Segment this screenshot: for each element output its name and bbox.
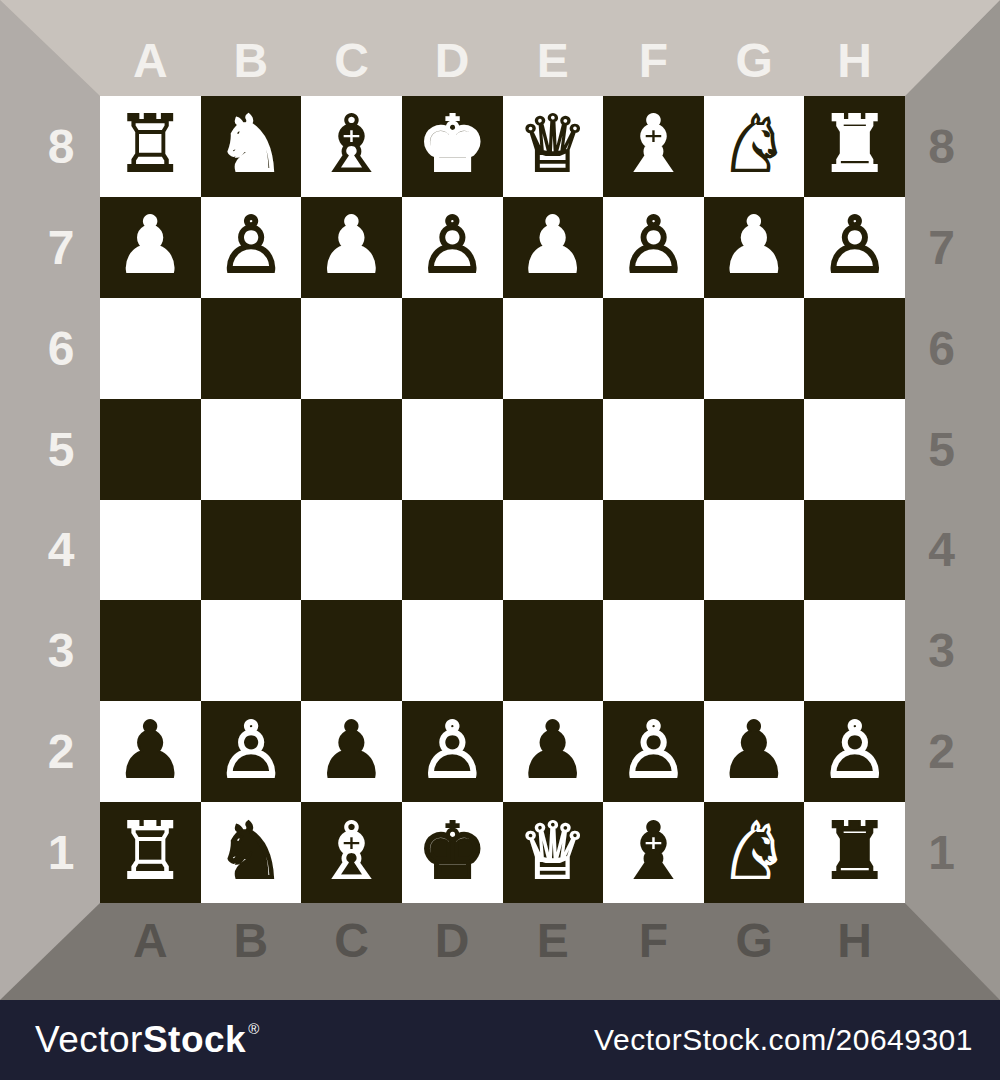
square-e3	[503, 600, 604, 701]
piece-pawn-d7: ♙	[417, 206, 487, 284]
file-label-d: D	[435, 913, 470, 968]
square-c8: ♗	[301, 96, 402, 197]
square-d7: ♙	[402, 197, 503, 298]
square-b8: ♞	[201, 96, 302, 197]
square-b5	[201, 399, 302, 500]
square-a4	[100, 500, 201, 601]
chessboard-illustration: ABCDEFGH ABCDEFGH 87654321 87654321 ♖♞♗♚…	[0, 0, 1000, 1080]
rank-label-4: 4	[48, 522, 75, 577]
square-g1: ♘	[704, 802, 805, 903]
square-f5	[603, 399, 704, 500]
square-e4	[503, 500, 604, 601]
square-f4	[603, 500, 704, 601]
file-label-d: D	[435, 33, 470, 88]
piece-knight-b8: ♞	[216, 105, 286, 183]
piece-pawn-a2: ♟	[115, 711, 185, 789]
square-g3	[704, 600, 805, 701]
square-e2: ♟	[503, 701, 604, 802]
rank-label-8: 8	[48, 119, 75, 174]
square-f8: ♝	[603, 96, 704, 197]
square-h1: ♜	[804, 802, 905, 903]
file-label-b: B	[234, 33, 269, 88]
piece-knight-g8: ♘	[719, 105, 789, 183]
piece-pawn-b2: ♙	[216, 711, 286, 789]
rank-label-2: 2	[48, 724, 75, 779]
piece-pawn-h2: ♙	[820, 711, 890, 789]
file-label-h: H	[837, 913, 872, 968]
square-c6	[301, 298, 402, 399]
piece-bishop-f8: ♝	[618, 105, 688, 183]
rank-label-5: 5	[928, 422, 955, 477]
square-e7: ♟	[503, 197, 604, 298]
square-e8: ♕	[503, 96, 604, 197]
square-c5	[301, 399, 402, 500]
file-label-e: E	[537, 913, 569, 968]
square-d8: ♚	[402, 96, 503, 197]
piece-rook-a8: ♖	[115, 105, 185, 183]
piece-rook-h8: ♜	[820, 105, 890, 183]
rank-label-1: 1	[928, 825, 955, 880]
rank-label-6: 6	[928, 321, 955, 376]
square-a2: ♟	[100, 701, 201, 802]
vectorstock-logo: VectorStock®	[35, 1019, 260, 1061]
file-label-h: H	[837, 33, 872, 88]
square-f2: ♙	[603, 701, 704, 802]
rank-label-6: 6	[48, 321, 75, 376]
logo-text-bold: Stock	[143, 1019, 246, 1060]
logo-text-light: Vector	[35, 1019, 143, 1060]
piece-pawn-d2: ♙	[417, 711, 487, 789]
piece-pawn-f7: ♙	[618, 206, 688, 284]
square-f7: ♙	[603, 197, 704, 298]
square-g5	[704, 399, 805, 500]
piece-pawn-a7: ♟	[115, 206, 185, 284]
file-label-c: C	[334, 33, 369, 88]
file-label-g: G	[735, 33, 772, 88]
chess-board: ♖♞♗♚♕♝♘♜♟♙♟♙♟♙♟♙♟♙♟♙♟♙♟♙♖♞♗♚♕♝♘♜	[100, 96, 905, 903]
file-label-f: F	[639, 33, 668, 88]
piece-pawn-e7: ♟	[518, 206, 588, 284]
square-b6	[201, 298, 302, 399]
square-c7: ♟	[301, 197, 402, 298]
piece-pawn-b7: ♙	[216, 206, 286, 284]
square-e6	[503, 298, 604, 399]
rank-labels-right: 87654321	[905, 96, 1000, 903]
square-c4	[301, 500, 402, 601]
piece-knight-g1: ♘	[719, 812, 789, 890]
file-label-f: F	[639, 913, 668, 968]
rank-label-2: 2	[928, 724, 955, 779]
file-labels-bottom: ABCDEFGH	[100, 903, 905, 1000]
square-g4	[704, 500, 805, 601]
rank-label-3: 3	[928, 623, 955, 678]
square-d4	[402, 500, 503, 601]
rank-labels-left: 87654321	[0, 96, 100, 903]
piece-pawn-g2: ♟	[719, 711, 789, 789]
piece-queen-e1: ♕	[518, 812, 588, 890]
file-label-a: A	[133, 33, 168, 88]
square-a5	[100, 399, 201, 500]
rank-label-4: 4	[928, 522, 955, 577]
square-g7: ♟	[704, 197, 805, 298]
square-d2: ♙	[402, 701, 503, 802]
file-label-e: E	[537, 33, 569, 88]
file-labels-top: ABCDEFGH	[100, 0, 905, 96]
square-c3	[301, 600, 402, 701]
piece-queen-e8: ♕	[518, 105, 588, 183]
piece-bishop-f1: ♝	[618, 812, 688, 890]
square-h4	[804, 500, 905, 601]
piece-king-d8: ♚	[417, 105, 487, 183]
square-h5	[804, 399, 905, 500]
square-h3	[804, 600, 905, 701]
square-d1: ♚	[402, 802, 503, 903]
square-e1: ♕	[503, 802, 604, 903]
registered-mark: ®	[248, 1020, 260, 1037]
square-f1: ♝	[603, 802, 704, 903]
piece-bishop-c8: ♗	[317, 105, 387, 183]
piece-rook-a1: ♖	[115, 812, 185, 890]
square-b7: ♙	[201, 197, 302, 298]
square-g8: ♘	[704, 96, 805, 197]
file-label-c: C	[334, 913, 369, 968]
square-h2: ♙	[804, 701, 905, 802]
square-a6	[100, 298, 201, 399]
file-label-b: B	[234, 913, 269, 968]
rank-label-8: 8	[928, 119, 955, 174]
piece-pawn-h7: ♙	[820, 206, 890, 284]
square-d3	[402, 600, 503, 701]
square-f3	[603, 600, 704, 701]
piece-pawn-c2: ♟	[317, 711, 387, 789]
rank-label-7: 7	[928, 220, 955, 275]
file-label-a: A	[133, 913, 168, 968]
rank-label-7: 7	[48, 220, 75, 275]
square-g6	[704, 298, 805, 399]
square-b4	[201, 500, 302, 601]
square-c2: ♟	[301, 701, 402, 802]
piece-knight-b1: ♞	[216, 812, 286, 890]
piece-pawn-c7: ♟	[317, 206, 387, 284]
piece-pawn-f2: ♙	[618, 711, 688, 789]
square-a8: ♖	[100, 96, 201, 197]
square-a3	[100, 600, 201, 701]
square-d6	[402, 298, 503, 399]
square-b2: ♙	[201, 701, 302, 802]
square-e5	[503, 399, 604, 500]
square-a1: ♖	[100, 802, 201, 903]
rank-label-1: 1	[48, 825, 75, 880]
watermark-url: VectorStock.com/20649301	[594, 1023, 973, 1057]
square-g2: ♟	[704, 701, 805, 802]
rank-label-5: 5	[48, 422, 75, 477]
square-b1: ♞	[201, 802, 302, 903]
piece-bishop-c1: ♗	[317, 812, 387, 890]
file-label-g: G	[735, 913, 772, 968]
watermark-bar: VectorStock® VectorStock.com/20649301	[0, 1000, 1000, 1080]
piece-pawn-g7: ♟	[719, 206, 789, 284]
piece-pawn-e2: ♟	[518, 711, 588, 789]
square-a7: ♟	[100, 197, 201, 298]
piece-king-d1: ♚	[417, 812, 487, 890]
square-c1: ♗	[301, 802, 402, 903]
square-h7: ♙	[804, 197, 905, 298]
square-h6	[804, 298, 905, 399]
square-b3	[201, 600, 302, 701]
square-d5	[402, 399, 503, 500]
piece-rook-h1: ♜	[820, 812, 890, 890]
square-h8: ♜	[804, 96, 905, 197]
square-f6	[603, 298, 704, 399]
rank-label-3: 3	[48, 623, 75, 678]
